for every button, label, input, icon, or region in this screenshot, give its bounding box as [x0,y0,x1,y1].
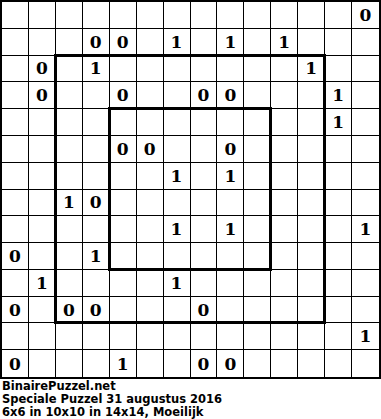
cell-r2c13[interactable] [352,56,379,83]
cell-r5c0[interactable] [2,136,29,163]
cell-r11c0: 0 [2,297,29,324]
cell-r12c9[interactable] [244,323,271,350]
cell-r4c8[interactable] [217,109,244,136]
cell-r12c6[interactable] [164,323,191,350]
cell-r8c7[interactable] [191,216,218,243]
cell-r5c3[interactable] [83,136,110,163]
cell-r6c9[interactable] [244,163,271,190]
cell-r11c9[interactable] [244,297,271,324]
cell-r13c9[interactable] [244,350,271,377]
cell-r10c1: 1 [29,270,56,297]
cell-r6c5[interactable] [137,163,164,190]
cell-r10c0[interactable] [2,270,29,297]
cell-r9c0: 0 [2,243,29,270]
cell-r10c11[interactable] [298,270,325,297]
cell-r0c3[interactable] [83,2,110,29]
cell-r11c13[interactable] [352,297,379,324]
cell-r9c7[interactable] [191,243,218,270]
cell-r9c9[interactable] [244,243,271,270]
cell-r0c1[interactable] [29,2,56,29]
cell-r9c5[interactable] [137,243,164,270]
cell-r1c8: 1 [217,29,244,56]
cell-r6c4[interactable] [110,163,137,190]
cell-r3c9[interactable] [244,82,271,109]
cell-r3c3[interactable] [83,82,110,109]
cell-r11c11[interactable] [298,297,325,324]
cell-r5c10[interactable] [271,136,298,163]
cell-r12c1[interactable] [29,323,56,350]
cell-r7c5[interactable] [137,190,164,217]
cell-r4c11[interactable] [298,109,325,136]
cell-r13c12[interactable] [325,350,352,377]
cell-r9c8[interactable] [217,243,244,270]
cell-r2c11: 1 [298,56,325,83]
cell-r0c12[interactable] [325,2,352,29]
cell-r0c7[interactable] [191,2,218,29]
cell-r10c9[interactable] [244,270,271,297]
cell-r3c0[interactable] [2,82,29,109]
cell-r3c11[interactable] [298,82,325,109]
cell-r11c5[interactable] [137,297,164,324]
cell-r1c3: 0 [83,29,110,56]
cell-r0c6[interactable] [164,2,191,29]
cell-r3c5[interactable] [137,82,164,109]
cell-r4c1[interactable] [29,109,56,136]
cell-r9c3: 1 [83,243,110,270]
cell-r2c4[interactable] [110,56,137,83]
cell-r0c9[interactable] [244,2,271,29]
cell-r12c0[interactable] [2,323,29,350]
cell-r8c4[interactable] [110,216,137,243]
cell-r9c4[interactable] [110,243,137,270]
cell-r13c2[interactable] [56,350,83,377]
cell-r12c3[interactable] [83,323,110,350]
cell-r13c8: 0 [217,350,244,377]
cell-r8c9[interactable] [244,216,271,243]
cell-r13c4: 1 [110,350,137,377]
cell-r1c7[interactable] [191,29,218,56]
binary-puzzle-page: 00011101100001100011101110111000010100 B… [0,0,381,419]
cell-r5c11[interactable] [298,136,325,163]
cell-r3c10[interactable] [271,82,298,109]
cell-r11c7: 0 [191,297,218,324]
cell-r4c13[interactable] [352,109,379,136]
cell-r2c7[interactable] [191,56,218,83]
cell-r10c7[interactable] [191,270,218,297]
cell-r1c5[interactable] [137,29,164,56]
cell-r8c8: 1 [217,216,244,243]
cell-r5c5: 0 [137,136,164,163]
cell-r1c13[interactable] [352,29,379,56]
cell-r3c7: 0 [191,82,218,109]
cell-r8c3[interactable] [83,216,110,243]
cell-r7c1[interactable] [29,190,56,217]
cell-r2c2[interactable] [56,56,83,83]
cell-r0c11[interactable] [298,2,325,29]
cell-r6c11[interactable] [298,163,325,190]
cell-r0c2[interactable] [56,2,83,29]
cell-r1c0[interactable] [2,29,29,56]
cell-r11c4[interactable] [110,297,137,324]
cell-r10c6: 1 [164,270,191,297]
cell-r8c2[interactable] [56,216,83,243]
cell-r13c5[interactable] [137,350,164,377]
cell-r1c9[interactable] [244,29,271,56]
cell-r4c4[interactable] [110,109,137,136]
cell-r3c12: 1 [325,82,352,109]
cell-r2c0[interactable] [2,56,29,83]
cell-r7c11[interactable] [298,190,325,217]
cell-r11c2: 0 [56,297,83,324]
cell-r2c9[interactable] [244,56,271,83]
cell-r2c12[interactable] [325,56,352,83]
cell-r8c10[interactable] [271,216,298,243]
cell-r10c12[interactable] [325,270,352,297]
cell-r3c13[interactable] [352,82,379,109]
puzzle-footer: BinairePuzzel.net Speciale Puzzel 31 aug… [0,379,381,419]
cell-r1c11[interactable] [298,29,325,56]
cell-r0c8[interactable] [217,2,244,29]
cell-r9c10[interactable] [271,243,298,270]
cell-r11c3: 0 [83,297,110,324]
cell-r13c3[interactable] [83,350,110,377]
cell-r6c2[interactable] [56,163,83,190]
cell-r0c5[interactable] [137,2,164,29]
cell-r4c9[interactable] [244,109,271,136]
cell-r13c13[interactable] [352,350,379,377]
cell-r13c10[interactable] [271,350,298,377]
cell-r6c0[interactable] [2,163,29,190]
cell-r3c4: 0 [110,82,137,109]
cell-r11c1[interactable] [29,297,56,324]
cell-r9c1[interactable] [29,243,56,270]
cell-r9c2[interactable] [56,243,83,270]
cell-r2c5[interactable] [137,56,164,83]
cell-r7c8[interactable] [217,190,244,217]
cell-r5c4: 0 [110,136,137,163]
cell-r1c10: 1 [271,29,298,56]
cell-r4c5[interactable] [137,109,164,136]
cell-r13c11[interactable] [298,350,325,377]
cell-r12c10[interactable] [271,323,298,350]
puzzle-board: 00011101100001100011101110111000010100 [0,0,381,379]
cell-r8c6: 1 [164,216,191,243]
cell-r0c10[interactable] [271,2,298,29]
cell-r9c11[interactable] [298,243,325,270]
cell-r2c1: 0 [29,56,56,83]
cell-r3c2[interactable] [56,82,83,109]
cell-r6c12[interactable] [325,163,352,190]
cell-r6c10[interactable] [271,163,298,190]
cell-r12c11[interactable] [298,323,325,350]
cell-r2c8[interactable] [217,56,244,83]
cell-r12c7[interactable] [191,323,218,350]
cell-r7c13[interactable] [352,190,379,217]
cell-r3c8: 0 [217,82,244,109]
cell-r4c2[interactable] [56,109,83,136]
cell-r4c7[interactable] [191,109,218,136]
cell-r11c6[interactable] [164,297,191,324]
cell-r7c3: 0 [83,190,110,217]
cell-r13c0: 0 [2,350,29,377]
cell-r9c12[interactable] [325,243,352,270]
cell-r0c13: 0 [352,2,379,29]
cell-r8c13: 1 [352,216,379,243]
cell-r3c6[interactable] [164,82,191,109]
cell-r1c2[interactable] [56,29,83,56]
cell-r2c6[interactable] [164,56,191,83]
cell-r1c4: 0 [110,29,137,56]
cell-r5c9[interactable] [244,136,271,163]
cell-r4c10[interactable] [271,109,298,136]
cell-r4c12: 1 [325,109,352,136]
cell-r4c6[interactable] [164,109,191,136]
cell-r7c10[interactable] [271,190,298,217]
cell-r6c13[interactable] [352,163,379,190]
cell-r6c1[interactable] [29,163,56,190]
cell-r9c13[interactable] [352,243,379,270]
cell-r7c12[interactable] [325,190,352,217]
cell-r7c6[interactable] [164,190,191,217]
cell-r8c0[interactable] [2,216,29,243]
cell-r0c4[interactable] [110,2,137,29]
cell-r5c6[interactable] [164,136,191,163]
cell-r12c13: 1 [352,323,379,350]
cell-r1c12[interactable] [325,29,352,56]
cell-r13c7: 0 [191,350,218,377]
cell-r8c11[interactable] [298,216,325,243]
cell-r12c12[interactable] [325,323,352,350]
cell-r10c3[interactable] [83,270,110,297]
cell-r8c5[interactable] [137,216,164,243]
cell-r2c3: 1 [83,56,110,83]
cell-r1c6: 1 [164,29,191,56]
cell-r4c0[interactable] [2,109,29,136]
cell-r5c1[interactable] [29,136,56,163]
cell-r8c12[interactable] [325,216,352,243]
cell-r7c7[interactable] [191,190,218,217]
cell-r12c2[interactable] [56,323,83,350]
cell-r6c6: 1 [164,163,191,190]
cell-r4c3[interactable] [83,109,110,136]
cell-r10c5[interactable] [137,270,164,297]
cell-r7c9[interactable] [244,190,271,217]
cell-r6c8: 1 [217,163,244,190]
cell-r12c8[interactable] [217,323,244,350]
cell-r11c12[interactable] [325,297,352,324]
cell-r13c1[interactable] [29,350,56,377]
cell-r5c7[interactable] [191,136,218,163]
cell-r5c2[interactable] [56,136,83,163]
cell-r6c7[interactable] [191,163,218,190]
cell-r10c13[interactable] [352,270,379,297]
cell-r3c1: 0 [29,82,56,109]
cell-r0c0[interactable] [2,2,29,29]
cell-r8c1[interactable] [29,216,56,243]
cell-r10c10[interactable] [271,270,298,297]
cell-r9c6[interactable] [164,243,191,270]
cell-r12c5[interactable] [137,323,164,350]
cell-r10c4[interactable] [110,270,137,297]
cell-r12c4[interactable] [110,323,137,350]
cell-r7c4[interactable] [110,190,137,217]
cell-r11c10[interactable] [271,297,298,324]
cell-r5c12[interactable] [325,136,352,163]
puzzle-subtitle: 6x6 in 10x10 in 14x14, Moeilijk [2,406,381,419]
cell-r10c2[interactable] [56,270,83,297]
cell-r5c8: 0 [217,136,244,163]
cell-r11c8[interactable] [217,297,244,324]
cell-r6c3[interactable] [83,163,110,190]
cell-r10c8[interactable] [217,270,244,297]
cell-r2c10[interactable] [271,56,298,83]
cell-r7c0[interactable] [2,190,29,217]
cell-r7c2: 1 [56,190,83,217]
cell-r1c1[interactable] [29,29,56,56]
cell-r5c13[interactable] [352,136,379,163]
cell-r13c6[interactable] [164,350,191,377]
